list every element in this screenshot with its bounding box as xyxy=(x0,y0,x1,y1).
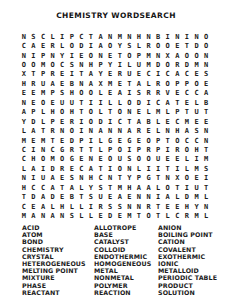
grid-cell: C xyxy=(48,145,58,154)
grid-cell: C xyxy=(29,183,39,192)
grid-cell: L xyxy=(96,89,106,98)
grid-cell: D xyxy=(192,41,202,50)
grid-cell: C xyxy=(19,202,29,211)
grid-cell: U xyxy=(38,79,48,88)
word-list-item: METALLOID xyxy=(158,267,230,274)
grid-cell: G xyxy=(144,174,154,183)
grid-cell: P xyxy=(29,108,39,117)
grid-cell: M xyxy=(115,183,125,192)
grid-cell: N xyxy=(96,51,106,60)
grid-cell: P xyxy=(38,70,48,79)
grid-cell: R xyxy=(67,145,77,154)
grid-cell: O xyxy=(144,211,154,220)
grid-cell: B xyxy=(67,192,77,201)
word-list-item: ATOM xyxy=(22,231,94,238)
grid-cell: O xyxy=(86,117,96,126)
grid-cell: E xyxy=(173,41,183,50)
grid-cell: M xyxy=(201,155,211,164)
grid-cell: E xyxy=(115,136,125,145)
grid-cell: A xyxy=(86,164,96,173)
grid-cell: M xyxy=(48,155,58,164)
grid-cell: X xyxy=(173,174,183,183)
grid-cell: A xyxy=(96,32,106,41)
grid-cell: L xyxy=(38,108,48,117)
grid-cell: E xyxy=(57,79,67,88)
grid-cell: S xyxy=(134,89,144,98)
grid-cell: P xyxy=(173,79,183,88)
grid-cell: S xyxy=(96,183,106,192)
grid-cell: A xyxy=(48,174,58,183)
grid-cell: E xyxy=(134,70,144,79)
grid-cell: E xyxy=(163,155,173,164)
grid-cell: H xyxy=(134,32,144,41)
grid-cell: U xyxy=(96,192,106,201)
grid-cell: P xyxy=(182,79,192,88)
grid-cell: P xyxy=(134,51,144,60)
grid-cell: T xyxy=(38,126,48,135)
grid-cell: L xyxy=(48,32,58,41)
grid-cell: H xyxy=(125,183,135,192)
grid-cell: P xyxy=(134,145,144,154)
grid-cell: O xyxy=(201,41,211,50)
grid-cell: O xyxy=(192,51,202,60)
grid-cell: E xyxy=(77,155,87,164)
grid-cell: A xyxy=(163,192,173,201)
grid-cell: L xyxy=(38,117,48,126)
grid-cell: I xyxy=(86,202,96,211)
grid-cell: L xyxy=(105,98,115,107)
grid-cell: N xyxy=(192,32,202,41)
grid-cell: O xyxy=(29,60,39,69)
grid-cell: M xyxy=(153,108,163,117)
grid-cell: P xyxy=(67,32,77,41)
grid-cell: E xyxy=(125,192,135,201)
grid-cell: A xyxy=(173,70,183,79)
grid-cell: C xyxy=(173,117,183,126)
grid-cell: E xyxy=(67,164,77,173)
grid-cell: E xyxy=(57,136,67,145)
grid-cell: E xyxy=(201,79,211,88)
grid-cell: O xyxy=(163,183,173,192)
grid-cell: X xyxy=(96,79,106,88)
grid-cell: T xyxy=(173,183,183,192)
grid-cell: T xyxy=(115,51,125,60)
grid-cell: X xyxy=(163,51,173,60)
grid-cell: E xyxy=(105,192,115,201)
grid-cell: H xyxy=(19,183,29,192)
grid-cell: A xyxy=(125,126,135,135)
word-list-item: HETEROGENEOUS xyxy=(22,260,94,267)
grid-cell: E xyxy=(57,117,67,126)
grid-cell: R xyxy=(115,70,125,79)
grid-cell: A xyxy=(173,51,183,60)
grid-cell: L xyxy=(134,41,144,50)
grid-cell: O xyxy=(115,145,125,154)
grid-cell: C xyxy=(182,89,192,98)
grid-cell: M xyxy=(115,32,125,41)
grid-cell: T xyxy=(153,202,163,211)
grid-cell: O xyxy=(144,136,154,145)
grid-cell: L xyxy=(77,183,87,192)
grid-cell: L xyxy=(153,126,163,135)
grid-cell: N xyxy=(77,60,87,69)
grid-cell: N xyxy=(77,79,87,88)
grid-cell: I xyxy=(29,174,39,183)
grid-cell: O xyxy=(163,60,173,69)
grid-cell: V xyxy=(163,89,173,98)
grid-cell: T xyxy=(134,211,144,220)
grid-cell: G xyxy=(105,136,115,145)
grid-cell: L xyxy=(182,155,192,164)
grid-cell: D xyxy=(153,60,163,69)
grid-cell: U xyxy=(192,183,202,192)
grid-cell: M xyxy=(192,164,202,173)
grid-cell: E xyxy=(134,108,144,117)
grid-cell: L xyxy=(57,41,67,50)
grid-cell: I xyxy=(96,98,106,107)
grid-cell: O xyxy=(182,51,192,60)
grid-cell: P xyxy=(153,136,163,145)
grid-cell: L xyxy=(96,145,106,154)
grid-cell: O xyxy=(192,79,202,88)
grid-cell: E xyxy=(29,202,39,211)
grid-cell: N xyxy=(163,126,173,135)
grid-cell: G xyxy=(67,155,77,164)
grid-cell: B xyxy=(144,117,154,126)
grid-cell: E xyxy=(201,117,211,126)
grid-cell: N xyxy=(153,51,163,60)
grid-cell: O xyxy=(67,126,77,135)
grid-cell: E xyxy=(57,174,67,183)
grid-cell: L xyxy=(67,202,77,211)
grid-cell: M xyxy=(38,89,48,98)
grid-cell: M xyxy=(182,117,192,126)
grid-cell: L xyxy=(86,211,96,220)
grid-cell: I xyxy=(86,41,96,50)
grid-cell: T xyxy=(153,174,163,183)
grid-cell: R xyxy=(29,79,39,88)
grid-cell: I xyxy=(201,174,211,183)
grid-cell: T xyxy=(57,183,67,192)
grid-cell: T xyxy=(77,70,87,79)
grid-cell: T xyxy=(77,192,87,201)
grid-cell: T xyxy=(125,79,135,88)
grid-cell: E xyxy=(192,174,202,183)
grid-cell: O xyxy=(115,164,125,173)
word-list-item: PHASE xyxy=(22,282,94,289)
grid-cell: C xyxy=(115,117,125,126)
wordsearch-page: CHEMISTRY WORDSEARCH NSCLIPCTANMNHNBININ… xyxy=(0,0,232,300)
grid-cell: U xyxy=(153,155,163,164)
grid-cell: T xyxy=(182,108,192,117)
grid-cell: O xyxy=(115,108,125,117)
grid-cell: E xyxy=(29,98,39,107)
grid-cell: O xyxy=(57,108,67,117)
grid-cell: I xyxy=(125,89,135,98)
grid-cell: M xyxy=(19,211,29,220)
grid-cell: E xyxy=(182,98,192,107)
grid-cell: A xyxy=(144,183,154,192)
grid-cell: S xyxy=(86,192,96,201)
grid-cell: N xyxy=(19,98,29,107)
grid-cell: O xyxy=(105,41,115,50)
grid-cell: O xyxy=(182,174,192,183)
grid-cell: I xyxy=(144,98,154,107)
grid-cell: N xyxy=(38,145,48,154)
grid-cell: T xyxy=(105,183,115,192)
grid-cell: A xyxy=(67,183,77,192)
grid-cell: G xyxy=(125,136,135,145)
grid-cell: I xyxy=(153,70,163,79)
word-list-item: REACTION xyxy=(94,289,158,296)
grid-cell: C xyxy=(19,41,29,50)
grid-cell: B xyxy=(153,32,163,41)
grid-cell: I xyxy=(192,155,202,164)
grid-cell: E xyxy=(29,89,39,98)
grid-cell: U xyxy=(38,174,48,183)
word-list-item: BOND xyxy=(22,238,94,245)
grid-cell: L xyxy=(144,108,154,117)
grid-cell: S xyxy=(125,41,135,50)
grid-cell: N xyxy=(57,211,67,220)
grid-cell: O xyxy=(86,108,96,117)
grid-cell: C xyxy=(19,155,29,164)
word-list-column: ALLOTROPEBASECATALYSTCOLLOIDENDOTHERMICH… xyxy=(94,224,158,296)
grid-cell: T xyxy=(77,98,87,107)
grid-cell: I xyxy=(115,60,125,69)
grid-cell: C xyxy=(192,136,202,145)
grid-cell: L xyxy=(96,108,106,117)
grid-cell: N xyxy=(105,126,115,135)
grid-cell: O xyxy=(163,41,173,50)
grid-cell: L xyxy=(96,136,106,145)
grid-cell: N xyxy=(19,32,29,41)
grid-cell: L xyxy=(192,98,202,107)
grid-cell: S xyxy=(57,89,67,98)
word-list-item: SOLUTION xyxy=(158,289,230,296)
grid-cell: S xyxy=(67,211,77,220)
grid-cell: R xyxy=(182,211,192,220)
grid-cell: O xyxy=(48,60,58,69)
word-list-item: ACID xyxy=(22,224,94,231)
grid-cell: N xyxy=(144,192,154,201)
grid-cell: E xyxy=(173,89,183,98)
grid-cell: O xyxy=(19,60,29,69)
word-list-item: CATION xyxy=(158,238,230,245)
grid-cell: C xyxy=(38,183,48,192)
grid-cell: R xyxy=(153,79,163,88)
grid-cell: A xyxy=(86,70,96,79)
grid-cell: I xyxy=(125,145,135,154)
grid-cell: P xyxy=(48,89,58,98)
grid-cell: R xyxy=(144,202,154,211)
grid-cell: R xyxy=(48,70,58,79)
grid-cell: C xyxy=(182,136,192,145)
grid-cell: C xyxy=(144,70,154,79)
grid-cell: R xyxy=(48,126,58,135)
grid-cell: N xyxy=(19,174,29,183)
grid-cell: L xyxy=(173,192,183,201)
grid-cell: L xyxy=(201,192,211,201)
grid-cell: H xyxy=(192,145,202,154)
grid-cell: H xyxy=(19,79,29,88)
grid-cell: I xyxy=(38,164,48,173)
grid-cell: C xyxy=(38,32,48,41)
grid-cell: I xyxy=(105,164,115,173)
grid-cell: O xyxy=(163,79,173,88)
grid-cell: N xyxy=(105,32,115,41)
grid-cell: A xyxy=(115,89,125,98)
grid-cell: E xyxy=(57,192,67,201)
grid-cell: D xyxy=(48,192,58,201)
grid-cell: N xyxy=(38,211,48,220)
grid-cell: E xyxy=(38,41,48,50)
grid-cell: N xyxy=(144,32,154,41)
grid-cell: T xyxy=(96,164,106,173)
grid-cell: N xyxy=(19,51,29,60)
grid-cell: C xyxy=(96,174,106,183)
grid-cell: S xyxy=(192,126,202,135)
grid-cell: E xyxy=(192,117,202,126)
word-list-item: CATALYST xyxy=(94,238,158,245)
grid-cell: D xyxy=(182,192,192,201)
grid-cell: E xyxy=(173,155,183,164)
grid-cell: E xyxy=(105,89,115,98)
word-list-item: EXOTHERMIC xyxy=(158,253,230,260)
grid-cell: H xyxy=(57,202,67,211)
grid-cell: L xyxy=(77,211,87,220)
grid-cell: I xyxy=(77,126,87,135)
grid-cell: A xyxy=(48,211,58,220)
grid-cell: N xyxy=(201,126,211,135)
grid-cell: S xyxy=(201,164,211,173)
grid-cell: L xyxy=(19,126,29,135)
grid-cell: A xyxy=(48,79,58,88)
grid-cell: N xyxy=(77,174,87,183)
grid-cell: T xyxy=(48,136,58,145)
grid-cell: P xyxy=(77,136,87,145)
grid-cell: O xyxy=(86,89,96,98)
grid-cell: R xyxy=(48,41,58,50)
grid-cell: T xyxy=(201,145,211,154)
grid-cell: S xyxy=(201,70,211,79)
grid-cell: R xyxy=(144,41,154,50)
grid-cell: I xyxy=(77,117,87,126)
grid-cell: E xyxy=(96,211,106,220)
grid-cell: I xyxy=(173,164,183,173)
grid-cell: N xyxy=(86,126,96,135)
grid-cell: N xyxy=(48,51,58,60)
word-list-item: ANION xyxy=(158,224,230,231)
grid-cell: D xyxy=(29,192,39,201)
grid-cell: A xyxy=(86,79,96,88)
grid-cell: C xyxy=(57,60,67,69)
word-list-item: ENDOTHERMIC xyxy=(94,253,158,260)
grid-cell: P xyxy=(134,174,144,183)
grid-cell: M xyxy=(19,136,29,145)
grid-cell: C xyxy=(192,89,202,98)
grid-cell: I xyxy=(86,136,96,145)
grid-cell: D xyxy=(29,117,39,126)
grid-cell: C xyxy=(19,145,29,154)
grid-cell: R xyxy=(96,202,106,211)
grid-cell: M xyxy=(192,211,202,220)
grid-cell: N xyxy=(125,202,135,211)
grid-cell: D xyxy=(105,211,115,220)
grid-cell: Y xyxy=(115,41,125,50)
grid-cell: M xyxy=(38,60,48,69)
grid-cell: I xyxy=(67,70,77,79)
grid-cell: N xyxy=(201,60,211,69)
grid-cell: O xyxy=(38,98,48,107)
word-list-item: METAL xyxy=(94,267,158,274)
grid-cell: H xyxy=(86,174,96,183)
grid-cell: I xyxy=(67,51,77,60)
grid-cell: U xyxy=(192,108,202,117)
grid-cell: N xyxy=(125,164,135,173)
word-list-item: BOILING POINT xyxy=(158,231,230,238)
grid-cell: Y xyxy=(19,117,29,126)
grid-cell: A xyxy=(96,126,106,135)
grid-cell: L xyxy=(144,79,154,88)
grid-cell: S xyxy=(67,174,77,183)
grid-cell: N xyxy=(201,136,211,145)
word-list-item: ALLOTROPE xyxy=(94,224,158,231)
grid-cell: I xyxy=(163,145,173,154)
grid-cell: M xyxy=(144,60,154,69)
grid-cell: R xyxy=(67,117,77,126)
grid-cell: T xyxy=(77,145,87,154)
grid-cell: O xyxy=(125,98,135,107)
grid-cell: R xyxy=(144,89,154,98)
grid-cell: Y xyxy=(192,202,202,211)
grid-cell: U xyxy=(67,98,77,107)
grid-cell: T xyxy=(86,32,96,41)
grid-cell: L xyxy=(163,108,173,117)
grid-cell: E xyxy=(134,136,144,145)
grid-cell: T xyxy=(182,41,192,50)
grid-cell: M xyxy=(105,79,115,88)
grid-cell: M xyxy=(38,136,48,145)
grid-cell: N xyxy=(201,51,211,60)
grid-cell: I xyxy=(182,183,192,192)
grid-cell: L xyxy=(125,60,135,69)
grid-cell: C xyxy=(173,211,183,220)
grid-cell: A xyxy=(134,117,144,126)
grid-cell: T xyxy=(163,164,173,173)
grid-cell: O xyxy=(125,51,135,60)
grid-cell: L xyxy=(134,164,144,173)
grid-cell: Y xyxy=(105,60,115,69)
grid-cell: E xyxy=(96,155,106,164)
grid-cell: Y xyxy=(125,174,135,183)
grid-cell: L xyxy=(182,164,192,173)
word-list-item: CHEMISTRY xyxy=(22,246,94,253)
grid-cell: E xyxy=(48,98,58,107)
grid-cell: U xyxy=(115,155,125,164)
grid-cell: O xyxy=(173,136,183,145)
grid-cell: N xyxy=(201,202,211,211)
grid-cell: I xyxy=(29,145,39,154)
grid-cell: P xyxy=(96,60,106,69)
grid-cell: T xyxy=(201,108,211,117)
word-list-column: ACIDATOMBONDCHEMISTRYCRYSTALHETEROGENEOU… xyxy=(22,224,94,296)
grid-cell: P xyxy=(38,51,48,60)
grid-cell: P xyxy=(105,145,115,154)
grid-cell: L xyxy=(153,183,163,192)
grid-cell: T xyxy=(29,70,39,79)
grid-cell: C xyxy=(77,164,87,173)
